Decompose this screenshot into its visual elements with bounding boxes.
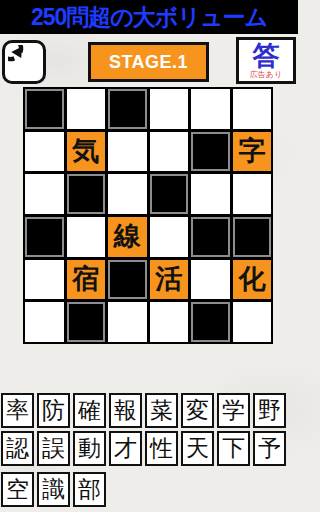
kanji-tile[interactable]: 空 [1,472,34,507]
board-cell[interactable] [150,132,189,172]
board-cell [25,89,64,129]
board-cell[interactable]: 字 [233,132,272,172]
kanji-tile[interactable]: 誤 [37,431,70,466]
puzzle-board: 気字線宿活化 [23,87,273,344]
kanji-tile[interactable]: 野 [253,393,286,428]
tile-tray-row-1: 率防確報菜変学野 [1,393,286,428]
board-cell[interactable] [108,174,147,214]
board-cell[interactable]: 気 [67,132,106,172]
kanji-tile[interactable]: 防 [37,393,70,428]
board-cell [191,132,230,172]
board-cell[interactable] [233,302,272,342]
promo-banner-text: 250問超の大ボリューム [31,2,267,33]
board-cell [108,260,147,300]
board-cell[interactable] [108,302,147,342]
board-cell[interactable]: 化 [233,260,272,300]
board-cell [67,174,106,214]
board-cell[interactable] [191,89,230,129]
back-button[interactable] [2,40,46,84]
board-cell [108,89,147,129]
board-cell[interactable] [150,217,189,257]
board-cell[interactable] [191,260,230,300]
kanji-tile[interactable]: 学 [217,393,250,428]
board-cell[interactable] [150,89,189,129]
board-cell[interactable]: 宿 [67,260,106,300]
board-cell[interactable] [191,174,230,214]
board-cell[interactable] [25,174,64,214]
board-cell[interactable] [108,132,147,172]
kanji-tile[interactable]: 確 [73,393,106,428]
kanji-tile[interactable]: 下 [217,431,250,466]
kanji-tile[interactable]: 才 [109,431,142,466]
board-cell [150,174,189,214]
board-cell[interactable] [25,302,64,342]
board-cell[interactable] [67,217,106,257]
tile-tray-row-2: 認誤動才性天下予 [1,431,286,466]
board-cell[interactable] [233,89,272,129]
undo-icon [8,45,40,80]
kanji-tile[interactable]: 予 [253,431,286,466]
board-cell [67,302,106,342]
board-cell [191,217,230,257]
kanji-tile[interactable]: 変 [181,393,214,428]
kanji-tile[interactable]: 率 [1,393,34,428]
board-cell[interactable] [25,260,64,300]
stage-label-text: STAGE.1 [109,52,188,73]
kanji-tile[interactable]: 性 [145,431,178,466]
answer-button-ad-note: 広告あり [250,70,282,79]
board-cell[interactable] [25,132,64,172]
show-answer-button[interactable]: 答 広告あり [236,37,296,84]
board-cell [191,302,230,342]
board-cell [25,217,64,257]
board-cell[interactable]: 活 [150,260,189,300]
tile-tray-row-3: 空識部 [1,472,106,507]
kanji-tile[interactable]: 天 [181,431,214,466]
kanji-tile[interactable]: 菜 [145,393,178,428]
kanji-tile[interactable]: 報 [109,393,142,428]
board-cell[interactable] [150,302,189,342]
answer-button-label: 答 [253,43,280,70]
stage-label: STAGE.1 [88,42,209,82]
app-screen: { "game": "kanji crossword fill-in puzzl… [0,0,298,512]
board-cell [233,217,272,257]
board-cell[interactable] [67,89,106,129]
kanji-tile[interactable]: 認 [1,431,34,466]
kanji-tile[interactable]: 部 [73,472,106,507]
kanji-tile[interactable]: 動 [73,431,106,466]
board-cell[interactable] [233,174,272,214]
board-cell[interactable]: 線 [108,217,147,257]
kanji-tile[interactable]: 識 [37,472,70,507]
promo-banner: 250問超の大ボリューム [0,0,298,34]
